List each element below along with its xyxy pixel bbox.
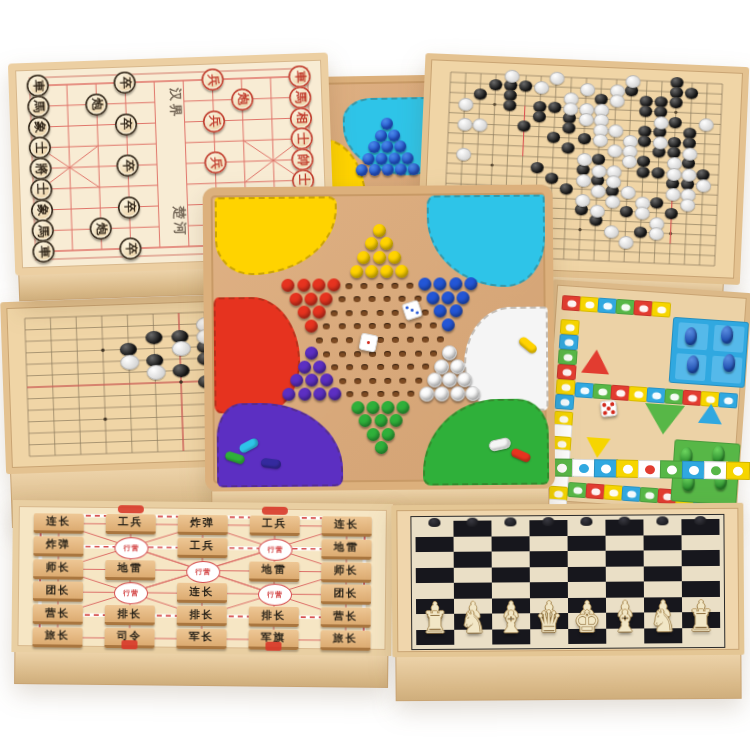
die-pip: [602, 403, 606, 407]
chess-black-piece-tip: [618, 517, 630, 526]
peg-hole: [316, 337, 323, 343]
ludo-cell-circle: [561, 383, 570, 391]
ludo-track-cell: [597, 298, 617, 314]
peg-hole: [346, 310, 353, 316]
ludo-track-cell: [567, 482, 587, 498]
go-stone-black: [473, 88, 486, 100]
chess-square-light: [644, 550, 682, 566]
checkers-peg-white: [442, 345, 457, 360]
checkers-peg-blue: [449, 277, 462, 290]
checkers-peg-green: [359, 414, 372, 427]
xiangqi-piece: 兵: [201, 68, 224, 91]
ludo-cell-circle: [585, 301, 594, 309]
chess-square-dark: [530, 551, 568, 567]
gomoku-stone-black: [145, 330, 162, 344]
checkers-peg-purple: [305, 347, 318, 360]
chess-square-dark: [454, 583, 492, 599]
chess-black-piece-tip: [504, 517, 516, 526]
checkers-peg-yellow: [350, 265, 363, 278]
peg-hole: [384, 350, 391, 356]
die-pip: [611, 410, 615, 414]
checkers-peg-blue: [382, 164, 394, 176]
peg-hole: [376, 283, 383, 289]
checkers-peg-blue: [442, 318, 455, 331]
print-strip-color-cell: [660, 460, 684, 478]
junqi-tile: 工兵: [177, 537, 227, 558]
peg-hole: [338, 296, 345, 302]
junqi-tile: 连长: [177, 583, 227, 604]
checkers-peg-purple: [328, 387, 341, 400]
go-stone-white: [609, 94, 625, 108]
xiangqi-piece-glyph: 炮: [92, 222, 109, 235]
peg-hole: [399, 296, 406, 302]
ludo-track-cell: [574, 382, 594, 398]
gomoku-stone-white: [171, 341, 191, 357]
peg-hole: [384, 296, 391, 302]
ludo-cell-circle: [558, 428, 567, 436]
junqi-tile: 地雷: [105, 559, 155, 580]
xiangqi-piece-glyph: 車: [35, 245, 52, 258]
checkers-peg-purple: [290, 374, 303, 387]
checkers-peg-red: [312, 279, 325, 292]
checkers-peg-blue: [457, 291, 470, 304]
peg-hole: [415, 377, 422, 383]
chess-square-light: [682, 565, 720, 581]
checkers-peg-green: [382, 400, 395, 413]
go-stone-white: [457, 118, 473, 132]
peg-hole: [362, 391, 369, 397]
print-strip-circle: [579, 463, 589, 472]
go-stone-white: [578, 113, 594, 127]
peg-hole: [346, 392, 353, 398]
chess-square-light: [530, 536, 568, 552]
ludo-cell-circle: [560, 398, 569, 406]
checkers-peg-yellow: [380, 264, 393, 277]
junqi-edge-stamp: [118, 505, 144, 513]
go-stone-white: [606, 175, 622, 189]
chess-black-piece-tip: [542, 517, 554, 526]
xiangqi-piece-glyph: 士: [294, 174, 311, 187]
chess-square-light: [606, 566, 644, 582]
xiangqi-piece-glyph: 士: [31, 142, 48, 155]
checkers-peg-purple: [298, 360, 311, 373]
ludo-cell-circle: [687, 394, 696, 402]
junqi-tile: 连长: [322, 516, 372, 537]
print-strip-circle: [601, 464, 611, 473]
checkers-peg-blue: [387, 129, 399, 141]
junqi-tile: 排长: [105, 605, 155, 626]
ludo-cell-circle: [603, 302, 612, 310]
peg-hole: [377, 391, 384, 397]
chess-white-piece-B: ♝: [606, 606, 644, 636]
chess-white-piece-N: ♞: [454, 607, 492, 637]
checkers-peg-red: [312, 306, 325, 319]
checkers-peg-blue: [441, 291, 454, 304]
peg-hole: [392, 364, 399, 370]
ludo-track-cell: [558, 349, 578, 365]
junqi-tile: 团长: [33, 582, 83, 603]
chess-playing-area: ♟♟♟♟♟♟♟♟♜♞♝♛♚♝♞♜: [410, 514, 725, 650]
peg-hole: [369, 378, 376, 384]
xiangqi-piece-glyph: 兵: [204, 73, 221, 86]
chess-square-dark: [682, 550, 720, 566]
xiangqi-piece-glyph: 士: [293, 132, 310, 145]
checkers-peg-yellow: [380, 237, 393, 250]
chess-black-piece-tip: [428, 518, 440, 527]
ludo-track-cell: [651, 301, 671, 317]
chess-square-dark: [644, 535, 682, 551]
chess-board: ♟♟♟♟♟♟♟♟♜♞♝♛♚♝♞♜: [391, 503, 744, 703]
chess-white-piece-R: ♜: [682, 605, 720, 635]
ludo-track-cell: [603, 484, 623, 500]
checkers-peg-yellow: [357, 251, 370, 264]
print-strip-circle: [711, 466, 721, 475]
checkers-peg-yellow: [365, 237, 378, 250]
xiangqi-piece-glyph: 馬: [292, 91, 309, 104]
peg-hole: [399, 350, 406, 356]
chess-square-light: [416, 552, 454, 568]
checkers-peg-blue: [449, 305, 462, 318]
print-strip-circle: [689, 465, 699, 474]
chess-white-piece-K: ♚: [568, 606, 606, 636]
chess-square-dark: [606, 581, 644, 597]
chess-black-piece-tip: [580, 517, 592, 526]
chess-box-front: [395, 655, 741, 701]
junqi-tile: 炸弹: [178, 515, 228, 536]
chess-black-piece-tip: [656, 516, 668, 525]
xiangqi-piece: 相: [290, 107, 313, 130]
peg-hole: [368, 296, 375, 302]
peg-hole: [361, 364, 368, 370]
go-stone-black: [503, 99, 516, 111]
xiangqi-piece-glyph: 卒: [116, 76, 133, 89]
peg-hole: [376, 310, 383, 316]
checkers-peg-green: [389, 414, 402, 427]
ludo-track-cell: [628, 386, 648, 402]
checkers-peg-white: [442, 373, 457, 388]
peg-hole: [384, 378, 391, 384]
ludo-cell-circle: [639, 304, 648, 312]
junqi-box-front: [14, 652, 388, 688]
peg-hole: [346, 364, 353, 370]
checkers-peg-white: [450, 386, 465, 401]
ludo-track-cell: [615, 299, 635, 315]
gomoku-stone-black: [172, 364, 189, 378]
peg-hole: [406, 282, 413, 288]
peg-hole: [429, 323, 436, 329]
peg-hole: [353, 296, 360, 302]
xiangqi-piece-glyph: 車: [29, 79, 46, 92]
go-stone-white: [592, 134, 608, 148]
ludo-cell-circle: [557, 440, 566, 448]
junqi-tile: 工兵: [250, 515, 300, 536]
ludo-cell-circle: [644, 491, 653, 499]
checkers-peg-purple: [320, 374, 333, 387]
chess-square-light: [568, 582, 606, 598]
xiangqi-piece-glyph: 卒: [121, 201, 138, 214]
print-strip-color-cell: [682, 461, 706, 479]
xiangqi-piece-glyph: 馬: [30, 100, 47, 113]
checkers-peg-red: [320, 292, 333, 305]
xiangqi-piece-glyph: 兵: [205, 115, 222, 128]
checkers-peg-green: [366, 400, 379, 413]
chess-square-light: [530, 567, 568, 583]
xiangqi-piece-glyph: 炮: [88, 98, 105, 111]
peg-hole: [392, 337, 399, 343]
go-stone-white: [589, 204, 605, 218]
checkers-peg-green: [374, 414, 387, 427]
ludo-cell-circle: [567, 299, 576, 307]
checkers-peg-red: [305, 292, 318, 305]
junqi-tile: 师长: [321, 562, 371, 583]
chess-square-light: [606, 535, 644, 551]
chess-square-dark: [530, 582, 568, 598]
xiangqi-piece-glyph: 相: [292, 112, 309, 125]
ludo-cell-circle: [559, 415, 568, 423]
ludo-track-cell: [561, 295, 581, 311]
peg-hole: [384, 323, 391, 329]
junqi-tile: 师长: [33, 559, 83, 580]
chess-square-light: [492, 582, 530, 598]
xiangqi-piece-glyph: 卒: [119, 159, 136, 172]
print-strip-color-cell: [726, 461, 750, 479]
ludo-cell-circle: [723, 397, 732, 405]
xiangqi-piece-glyph: 象: [33, 204, 50, 217]
product-photo-canvas: 汉界 楚河 車馬象士將士象馬車炮炮卒卒卒卒卒兵兵兵兵兵炮炮車馬相士帥士相馬車 连…: [0, 0, 750, 750]
go-stone-black: [619, 206, 632, 218]
print-strip-color-cell: [594, 459, 618, 477]
checkers-peg-yellow: [373, 251, 386, 264]
xiangqi-piece: 兵: [204, 151, 227, 174]
junqi-tile: 地雷: [321, 539, 371, 560]
go-stone-black: [685, 87, 698, 99]
go-stone-black: [639, 105, 652, 117]
chess-square-light: [568, 551, 606, 567]
ludo-cell-circle: [669, 393, 678, 401]
checkers-peg-yellow: [388, 251, 401, 264]
ludo-board: [536, 279, 750, 530]
checkers-peg-yellow: [396, 264, 409, 277]
junqi-camp: 行营: [258, 538, 292, 560]
go-stone-white: [620, 185, 636, 199]
print-strip-circle: [667, 465, 677, 474]
go-stone-white: [605, 195, 621, 209]
xiangqi-piece-glyph: 象: [30, 121, 47, 134]
xiangqi-piece-glyph: 炮: [233, 93, 250, 106]
junqi-tile: 营长: [321, 607, 371, 628]
corner-paint-top-left: [215, 196, 338, 275]
junqi-tile: 排长: [177, 606, 227, 627]
junqi-tile: 团长: [321, 585, 371, 606]
checkers-peg-red: [305, 319, 318, 332]
go-stone-white: [579, 82, 595, 96]
junqi-tile: 军长: [176, 629, 226, 650]
xiangqi-piece-glyph: 士: [33, 183, 50, 196]
checkers-peg-white: [419, 386, 434, 401]
print-strip-circle: [645, 465, 655, 474]
peg-hole: [369, 323, 376, 329]
xiangqi-piece-glyph: 兵: [206, 156, 223, 169]
print-strip-color-cell: [704, 461, 728, 479]
ludo-track-cell: [579, 296, 599, 312]
ludo-triangle-green: [643, 403, 685, 436]
peg-hole: [331, 310, 338, 316]
peg-hole: [354, 351, 361, 357]
checkers-peg-purple: [283, 388, 296, 401]
go-stone-white: [458, 97, 474, 111]
junqi-tile: 旅长: [32, 627, 82, 648]
xiangqi-piece-glyph: 卒: [118, 118, 135, 131]
die: [401, 299, 423, 321]
ludo-triangle-blue: [698, 403, 723, 425]
peg-hole: [331, 337, 338, 343]
go-stone-white: [504, 69, 520, 83]
chess-face: ♟♟♟♟♟♟♟♟♜♞♝♛♚♝♞♜: [391, 503, 744, 657]
peg-hole: [323, 351, 330, 357]
checkers-peg-red: [297, 279, 310, 292]
go-stone-black: [531, 161, 544, 173]
checkers-peg-red: [282, 279, 295, 292]
peg-hole: [400, 378, 407, 384]
ludo-track-cell: [585, 483, 605, 499]
chinese-checkers-board: [203, 184, 556, 517]
junqi-tile: 营长: [33, 604, 83, 625]
print-strip-circle: [557, 463, 567, 472]
peg-hole: [391, 310, 398, 316]
ludo-cell-circle: [616, 389, 625, 397]
go-stone-white: [534, 80, 550, 94]
junqi-face: 连长工兵炸弹工兵连长炸弹行营工兵行营地雷师长地雷行营地雷师长团长行营连长行营团长…: [11, 500, 393, 656]
go-stone-white: [666, 167, 682, 181]
ludo-track-cell: [557, 364, 577, 380]
ludo-cell-circle: [591, 488, 600, 496]
xiangqi-piece-glyph: 卒: [122, 242, 139, 255]
ludo-track-cell: [559, 334, 579, 350]
chess-square-light: [682, 534, 720, 550]
peg-hole: [414, 323, 421, 329]
peg-hole: [361, 310, 368, 316]
peg-hole: [437, 336, 444, 342]
ludo-cell-circle: [634, 390, 643, 398]
chess-white-piece-B: ♝: [492, 607, 530, 637]
checkers-peg-purple: [298, 387, 311, 400]
checkers-peg-blue: [374, 129, 386, 141]
chess-square-light: [416, 583, 454, 599]
checkers-peg-green: [382, 428, 395, 441]
chess-square-dark: [492, 536, 530, 552]
peg-hole: [338, 351, 345, 357]
junqi-headquarter-mark: [265, 642, 281, 651]
peg-hole: [346, 337, 353, 343]
go-stone-black: [636, 166, 649, 178]
peg-hole: [339, 378, 346, 384]
checkers-peg-blue: [369, 164, 381, 176]
ludo-track-cell: [610, 385, 630, 401]
junqi-tile: 旅长: [320, 630, 370, 651]
ludo-cell-circle: [564, 338, 573, 346]
die-pip: [607, 407, 611, 411]
chess-black-piece-tip: [466, 518, 478, 527]
xiangqi-piece: 象: [28, 116, 51, 139]
go-stone-white: [575, 173, 591, 187]
checkers-peg-green: [397, 400, 410, 413]
ludo-cell-circle: [565, 323, 574, 331]
checkers-peg-blue: [434, 278, 447, 291]
xiangqi-piece-glyph: 馬: [34, 224, 51, 237]
ludo-cell-circle: [651, 392, 660, 400]
peg-hole: [353, 324, 360, 330]
checkers-peg-blue: [356, 164, 368, 176]
chess-white-piece-N: ♞: [644, 606, 682, 636]
print-strip-circle: [733, 466, 743, 475]
peg-hole: [422, 337, 429, 343]
ludo-track-cell: [633, 300, 653, 316]
checkers-peg-blue: [418, 278, 431, 291]
ludo-track-cell: [555, 394, 575, 410]
checkers-peg-yellow: [365, 265, 378, 278]
peg-hole: [422, 309, 429, 315]
peg-hole: [407, 337, 414, 343]
ludo-track-cell: [646, 387, 666, 403]
checkers-peg-purple: [313, 360, 326, 373]
go-stone-white: [472, 118, 488, 132]
peg-hole: [399, 323, 406, 329]
ludo-cell-circle: [580, 386, 589, 394]
checkers-peg-green: [351, 401, 364, 414]
junqi-board: 连长工兵炸弹工兵连长炸弹行营工兵行营地雷师长地雷行营地雷师长团长行营连长行营团长…: [11, 500, 393, 690]
print-strip-color-cell: [616, 460, 640, 478]
checkers-peg-blue: [426, 291, 439, 304]
die-pip: [366, 340, 370, 344]
chess-square-dark: [682, 581, 720, 597]
checkers-peg-blue: [401, 152, 413, 164]
checkers-peg-purple: [313, 387, 326, 400]
checkers-peg-red: [297, 306, 310, 319]
ludo-track-cell: [639, 487, 659, 503]
chinese-checkers-face: [203, 184, 556, 491]
chess-square-light: [454, 567, 492, 583]
ludo-track-cell: [664, 388, 684, 404]
ludo-cell-circle: [621, 303, 630, 311]
print-strip-circle: [623, 464, 633, 473]
junqi-edge-stamp: [262, 507, 288, 515]
ludo-cell-circle: [656, 306, 665, 314]
chess-square-light: [644, 581, 682, 597]
junqi-camp: 行营: [114, 537, 148, 559]
checkers-peg-blue: [375, 152, 387, 164]
peg-hole: [377, 364, 384, 370]
chess-square-dark: [568, 566, 606, 582]
chess-square-dark: [416, 536, 454, 552]
print-strip-color-cell: [638, 460, 662, 478]
ludo-cell-circle: [563, 353, 572, 361]
xiangqi-piece: 兵: [202, 110, 225, 133]
checkers-peg-yellow: [372, 224, 385, 237]
ludo-track-cell: [556, 379, 576, 395]
peg-hole: [331, 365, 338, 371]
xiangqi-piece-glyph: 車: [291, 70, 308, 83]
go-stone-white: [590, 184, 606, 198]
die-pip: [410, 308, 415, 313]
go-stone-black: [519, 80, 532, 92]
peg-hole: [361, 283, 368, 289]
die: [358, 333, 378, 353]
peg-hole: [345, 283, 352, 289]
checkers-peg-red: [289, 292, 302, 305]
corner-paint-bottom-left: [216, 402, 343, 487]
die-pip: [405, 305, 410, 310]
junqi-camp: 行营: [186, 560, 220, 582]
